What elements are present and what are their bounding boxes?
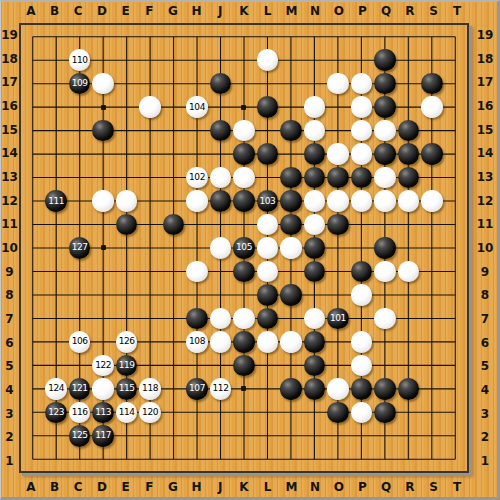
move-number-108: 108 <box>189 337 205 346</box>
row-label-17: 17 <box>1 70 18 94</box>
move-number-101: 101 <box>330 314 346 323</box>
row-label-16: 16 <box>472 94 498 118</box>
white-stone-R12[interactable] <box>398 190 420 212</box>
row-label-1: 1 <box>472 449 498 473</box>
black-stone-O11[interactable] <box>327 214 349 236</box>
column-label-E: E <box>114 476 138 497</box>
white-stone-E6[interactable]: 126 <box>116 331 138 353</box>
move-number-124: 124 <box>48 384 64 393</box>
white-stone-Q15[interactable] <box>374 120 396 142</box>
white-stone-F3[interactable]: 120 <box>139 402 161 424</box>
white-stone-F4[interactable]: 118 <box>139 378 161 400</box>
column-label-N: N <box>303 2 327 20</box>
black-stone-O13[interactable] <box>327 167 349 189</box>
move-number-110: 110 <box>72 56 88 65</box>
black-stone-R14[interactable] <box>398 143 420 165</box>
column-label-D: D <box>90 476 114 497</box>
white-stone-L11[interactable] <box>257 214 279 236</box>
move-number-103: 103 <box>259 197 275 206</box>
row-label-15: 15 <box>472 118 498 142</box>
white-stone-H9[interactable] <box>186 261 208 283</box>
column-label-N: N <box>303 476 327 497</box>
black-stone-K6[interactable] <box>233 331 255 353</box>
column-label-M: M <box>280 476 304 497</box>
black-stone-N13[interactable] <box>304 167 326 189</box>
column-label-F: F <box>137 2 161 20</box>
column-label-L: L <box>256 2 280 20</box>
white-stone-C3[interactable]: 116 <box>69 402 91 424</box>
move-number-126: 126 <box>119 337 135 346</box>
row-labels-right: 19181716151413121110987654321 <box>472 23 498 473</box>
white-stone-E3[interactable]: 114 <box>116 402 138 424</box>
white-stone-K7[interactable] <box>233 308 255 330</box>
row-label-10: 10 <box>1 236 18 260</box>
column-label-S: S <box>422 2 446 20</box>
row-label-10: 10 <box>472 236 498 260</box>
move-number-106: 106 <box>72 337 88 346</box>
black-stone-K9[interactable] <box>233 261 255 283</box>
white-stone-D17[interactable] <box>92 73 114 95</box>
row-label-4: 4 <box>1 378 18 402</box>
white-stone-P12[interactable] <box>351 190 373 212</box>
black-stone-L12[interactable]: 103 <box>257 190 279 212</box>
black-stone-J12[interactable] <box>210 190 232 212</box>
move-number-116: 116 <box>72 408 88 417</box>
column-label-T: T <box>445 2 469 20</box>
move-number-114: 114 <box>119 408 135 417</box>
row-label-18: 18 <box>1 47 18 71</box>
row-label-16: 16 <box>1 94 18 118</box>
move-number-118: 118 <box>142 384 158 393</box>
move-number-102: 102 <box>189 173 205 182</box>
white-stone-H12[interactable] <box>186 190 208 212</box>
black-stone-L8[interactable] <box>257 284 279 306</box>
white-stone-Q13[interactable] <box>374 167 396 189</box>
row-label-3: 3 <box>1 402 18 426</box>
white-stone-P16[interactable] <box>351 96 373 118</box>
row-label-11: 11 <box>472 212 498 236</box>
column-label-H: H <box>185 2 209 20</box>
white-stone-P17[interactable] <box>351 73 373 95</box>
black-stone-E5[interactable]: 119 <box>116 355 138 377</box>
black-stone-P9[interactable] <box>351 261 373 283</box>
column-label-O: O <box>327 2 351 20</box>
black-stone-E4[interactable]: 115 <box>116 378 138 400</box>
black-stone-C17[interactable]: 109 <box>69 73 91 95</box>
black-stone-O7[interactable]: 101 <box>327 308 349 330</box>
black-stone-R13[interactable] <box>398 167 420 189</box>
black-stone-R4[interactable] <box>398 378 420 400</box>
column-label-Q: Q <box>374 476 398 497</box>
row-label-6: 6 <box>472 331 498 355</box>
column-label-P: P <box>351 476 375 497</box>
column-label-P: P <box>351 2 375 20</box>
white-stone-H16[interactable]: 104 <box>186 96 208 118</box>
white-stone-N12[interactable] <box>304 190 326 212</box>
black-stone-B3[interactable]: 123 <box>45 402 67 424</box>
column-label-R: R <box>398 2 422 20</box>
white-stone-O14[interactable] <box>327 143 349 165</box>
row-label-9: 9 <box>1 260 18 284</box>
column-label-S: S <box>422 476 446 497</box>
white-stone-B4[interactable]: 124 <box>45 378 67 400</box>
black-stone-H7[interactable] <box>186 308 208 330</box>
black-stone-Q4[interactable] <box>374 378 396 400</box>
move-number-107: 107 <box>189 384 205 393</box>
column-label-J: J <box>208 476 232 497</box>
white-stone-K15[interactable] <box>233 120 255 142</box>
white-stone-Q9[interactable] <box>374 261 396 283</box>
white-stone-M10[interactable] <box>280 237 302 259</box>
move-number-105: 105 <box>236 243 252 252</box>
white-stone-O17[interactable] <box>327 73 349 95</box>
move-number-127: 127 <box>72 243 88 252</box>
black-stone-H4[interactable]: 107 <box>186 378 208 400</box>
row-label-6: 6 <box>1 331 18 355</box>
black-stone-P4[interactable] <box>351 378 373 400</box>
row-label-18: 18 <box>472 47 498 71</box>
white-stone-P8[interactable] <box>351 284 373 306</box>
move-number-115: 115 <box>119 384 135 393</box>
move-number-120: 120 <box>142 408 158 417</box>
black-stone-M11[interactable] <box>280 214 302 236</box>
move-number-113: 113 <box>95 408 111 417</box>
move-number-123: 123 <box>48 408 64 417</box>
row-labels-left: 19181716151413121110987654321 <box>1 23 18 473</box>
white-stone-H13[interactable]: 102 <box>186 167 208 189</box>
white-stone-S16[interactable] <box>421 96 443 118</box>
white-stone-Q12[interactable] <box>374 190 396 212</box>
black-stone-K14[interactable] <box>233 143 255 165</box>
star-point-K4 <box>241 386 246 391</box>
row-label-12: 12 <box>472 189 498 213</box>
black-stone-C4[interactable]: 121 <box>69 378 91 400</box>
black-stone-M12[interactable] <box>280 190 302 212</box>
black-stone-M15[interactable] <box>280 120 302 142</box>
black-stone-M4[interactable] <box>280 378 302 400</box>
black-stone-P13[interactable] <box>351 167 373 189</box>
white-stone-F16[interactable] <box>139 96 161 118</box>
move-number-121: 121 <box>72 384 88 393</box>
column-label-L: L <box>256 476 280 497</box>
row-label-5: 5 <box>472 355 498 379</box>
black-stone-J17[interactable] <box>210 73 232 95</box>
white-stone-N7[interactable] <box>304 308 326 330</box>
white-stone-P14[interactable] <box>351 143 373 165</box>
white-stone-J6[interactable] <box>210 331 232 353</box>
column-label-C: C <box>66 476 90 497</box>
row-label-19: 19 <box>1 23 18 47</box>
white-stone-L18[interactable] <box>257 49 279 71</box>
board-grid[interactable]: 1091111031271051011191211151071231131251… <box>19 23 469 473</box>
row-label-13: 13 <box>472 165 498 189</box>
white-stone-M6[interactable] <box>280 331 302 353</box>
black-stone-K5[interactable] <box>233 355 255 377</box>
column-label-C: C <box>66 2 90 20</box>
black-stone-L16[interactable] <box>257 96 279 118</box>
white-stone-L10[interactable] <box>257 237 279 259</box>
white-stone-E12[interactable] <box>116 190 138 212</box>
row-label-19: 19 <box>472 23 498 47</box>
column-label-A: A <box>19 476 43 497</box>
column-label-B: B <box>43 476 67 497</box>
row-label-7: 7 <box>1 307 18 331</box>
column-label-F: F <box>137 476 161 497</box>
black-stone-S14[interactable] <box>421 143 443 165</box>
star-point-D16 <box>101 105 106 110</box>
black-stone-C10[interactable]: 127 <box>69 237 91 259</box>
star-point-D10 <box>101 245 106 250</box>
black-stone-L14[interactable] <box>257 143 279 165</box>
black-stone-Q17[interactable] <box>374 73 396 95</box>
black-stone-Q10[interactable] <box>374 237 396 259</box>
black-stone-E11[interactable] <box>116 214 138 236</box>
white-stone-O12[interactable] <box>327 190 349 212</box>
row-label-14: 14 <box>472 141 498 165</box>
row-label-2: 2 <box>1 426 18 450</box>
black-stone-D2[interactable]: 117 <box>92 425 114 447</box>
move-number-111: 111 <box>48 197 64 206</box>
white-stone-L9[interactable] <box>257 261 279 283</box>
white-stone-H6[interactable]: 108 <box>186 331 208 353</box>
black-stone-N5[interactable] <box>304 355 326 377</box>
white-stone-P3[interactable] <box>351 402 373 424</box>
black-stone-R15[interactable] <box>398 120 420 142</box>
white-stone-N15[interactable] <box>304 120 326 142</box>
column-label-D: D <box>90 2 114 20</box>
white-stone-J4[interactable]: 112 <box>210 378 232 400</box>
move-number-104: 104 <box>189 103 205 112</box>
column-label-M: M <box>280 2 304 20</box>
white-stone-R9[interactable] <box>398 261 420 283</box>
white-stone-P6[interactable] <box>351 331 373 353</box>
row-label-7: 7 <box>472 307 498 331</box>
black-stone-D3[interactable]: 113 <box>92 402 114 424</box>
white-stone-N11[interactable] <box>304 214 326 236</box>
black-stone-L7[interactable] <box>257 308 279 330</box>
black-stone-N9[interactable] <box>304 261 326 283</box>
black-stone-D15[interactable] <box>92 120 114 142</box>
row-label-13: 13 <box>1 165 18 189</box>
white-stone-C6[interactable]: 106 <box>69 331 91 353</box>
move-number-117: 117 <box>95 431 111 440</box>
column-label-H: H <box>185 476 209 497</box>
black-stone-Q18[interactable] <box>374 49 396 71</box>
black-stone-N6[interactable] <box>304 331 326 353</box>
white-stone-P5[interactable] <box>351 355 373 377</box>
black-stone-M8[interactable] <box>280 284 302 306</box>
row-label-14: 14 <box>1 141 18 165</box>
column-label-B: B <box>43 2 67 20</box>
white-stone-J7[interactable] <box>210 308 232 330</box>
white-stone-C18[interactable]: 110 <box>69 49 91 71</box>
white-stone-D12[interactable] <box>92 190 114 212</box>
white-stone-Q7[interactable] <box>374 308 396 330</box>
black-stone-N14[interactable] <box>304 143 326 165</box>
column-label-G: G <box>161 2 185 20</box>
column-label-J: J <box>208 2 232 20</box>
black-stone-B12[interactable]: 111 <box>45 190 67 212</box>
white-stone-K13[interactable] <box>233 167 255 189</box>
row-label-11: 11 <box>1 212 18 236</box>
column-label-A: A <box>19 2 43 20</box>
goban: ABCDEFGHJKLMNOPQRST ABCDEFGHJKLMNOPQRST … <box>0 0 500 500</box>
column-label-K: K <box>232 476 256 497</box>
white-stone-D4[interactable] <box>92 378 114 400</box>
row-label-8: 8 <box>472 284 498 308</box>
column-label-T: T <box>445 476 469 497</box>
black-stone-K10[interactable]: 105 <box>233 237 255 259</box>
move-number-109: 109 <box>72 79 88 88</box>
black-stone-Q3[interactable] <box>374 402 396 424</box>
column-labels-top: ABCDEFGHJKLMNOPQRST <box>19 2 469 20</box>
column-label-G: G <box>161 476 185 497</box>
column-label-Q: Q <box>374 2 398 20</box>
black-stone-O3[interactable] <box>327 402 349 424</box>
row-label-8: 8 <box>1 284 18 308</box>
white-stone-S12[interactable] <box>421 190 443 212</box>
row-label-5: 5 <box>1 355 18 379</box>
move-number-119: 119 <box>119 361 135 370</box>
column-label-E: E <box>114 2 138 20</box>
white-stone-J13[interactable] <box>210 167 232 189</box>
black-stone-N10[interactable] <box>304 237 326 259</box>
black-stone-Q16[interactable] <box>374 96 396 118</box>
row-label-2: 2 <box>472 426 498 450</box>
column-label-O: O <box>327 476 351 497</box>
column-labels-bottom: ABCDEFGHJKLMNOPQRST <box>19 476 469 497</box>
column-label-R: R <box>398 476 422 497</box>
row-label-3: 3 <box>472 402 498 426</box>
black-stone-K12[interactable] <box>233 190 255 212</box>
white-stone-L6[interactable] <box>257 331 279 353</box>
white-stone-P15[interactable] <box>351 120 373 142</box>
white-stone-N16[interactable] <box>304 96 326 118</box>
black-stone-M13[interactable] <box>280 167 302 189</box>
row-label-9: 9 <box>472 260 498 284</box>
row-label-4: 4 <box>472 378 498 402</box>
black-stone-G11[interactable] <box>163 214 185 236</box>
black-stone-N4[interactable] <box>304 378 326 400</box>
row-label-15: 15 <box>1 118 18 142</box>
column-label-K: K <box>232 2 256 20</box>
move-number-122: 122 <box>95 361 111 370</box>
white-stone-O4[interactable] <box>327 378 349 400</box>
white-stone-D5[interactable]: 122 <box>92 355 114 377</box>
move-number-125: 125 <box>72 431 88 440</box>
move-number-112: 112 <box>213 384 229 393</box>
row-label-12: 12 <box>1 189 18 213</box>
row-label-17: 17 <box>472 70 498 94</box>
row-label-1: 1 <box>1 449 18 473</box>
black-stone-C2[interactable]: 125 <box>69 425 91 447</box>
black-stone-Q14[interactable] <box>374 143 396 165</box>
black-stone-J15[interactable] <box>210 120 232 142</box>
black-stone-S17[interactable] <box>421 73 443 95</box>
white-stone-J10[interactable] <box>210 237 232 259</box>
star-point-K16 <box>241 105 246 110</box>
